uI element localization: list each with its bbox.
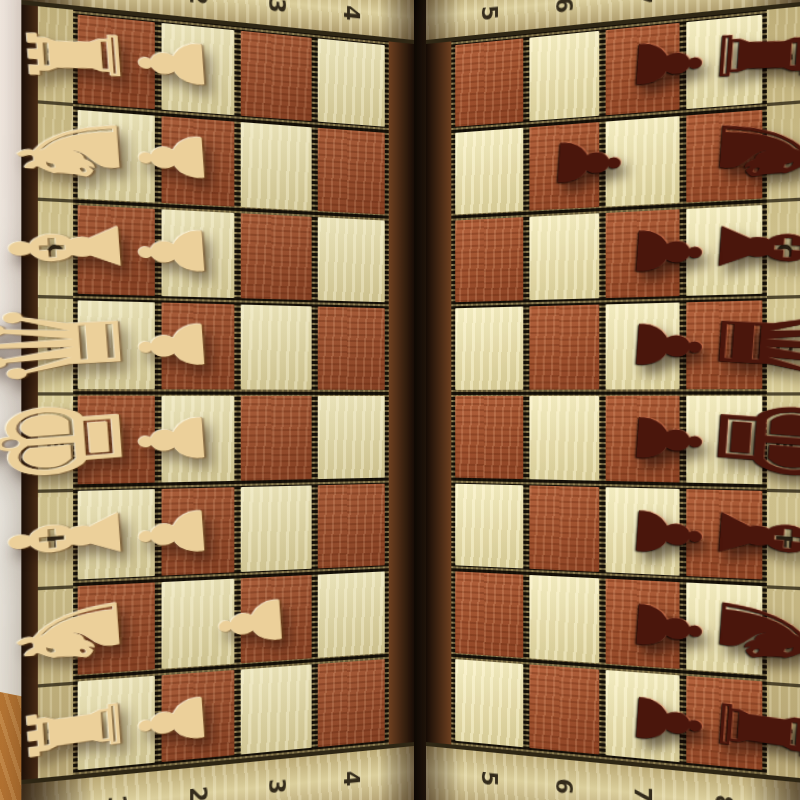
file-label-C: C [44,243,67,260]
file-label-A: A [44,48,67,67]
square-C2 [161,209,234,298]
square-B2 [161,116,234,207]
square-F3 [241,485,311,572]
square-F2 [161,487,234,575]
square-D8 [686,300,763,389]
square-E8 [686,396,763,485]
square-E7 [606,396,679,483]
rank-label-top-3: 3 [265,0,288,14]
square-E1 [78,396,155,485]
rank-label-bottom-3: 3 [265,777,288,795]
square-D1 [78,300,155,389]
file-label-B: B [44,145,67,163]
square-B7 [606,116,679,207]
file-label-E: E [773,438,796,453]
squares-grid [73,10,389,775]
square-H8 [686,676,763,770]
square-C3 [241,213,311,300]
square-E5 [455,396,523,479]
square-C1 [78,205,155,296]
board-right-panel: 5678ABCDEFGH5678♜♟♞♟♝♟♛♟♚♟♝♟♞♟♜♟ [426,0,800,800]
square-B8 [686,110,763,203]
file-label-F: F [773,534,796,550]
square-B3 [241,122,311,211]
rank-label-bottom-5: 5 [478,770,500,788]
square-C5 [455,217,523,302]
file-label-C: C [773,243,796,260]
square-E6 [529,396,599,481]
rank-label-top-5: 5 [478,4,500,22]
square-B4 [317,128,385,215]
file-label-G: G [773,629,796,649]
square-H4 [317,659,385,747]
square-C6 [529,213,599,300]
rank-label-top-7: 7 [630,0,654,6]
square-F1 [78,489,155,579]
rank-label-top-6: 6 [552,0,575,14]
rank-label-top-4: 4 [340,4,362,22]
rank-label-bottom-2: 2 [186,785,210,800]
file-label-G: G [44,629,67,649]
square-F4 [317,484,385,569]
square-A1 [78,15,155,110]
rank-label-bottom-8: 8 [711,794,736,800]
squares-grid [451,10,767,775]
square-D7 [606,303,679,390]
square-D3 [241,305,311,390]
board-left-panel: 1234ABCDEFGH1234♜♟♞♟♝♟♛♟♚♟♝♟♞♟♜♟ [21,0,414,800]
square-A7 [606,23,679,115]
square-A5 [455,38,523,126]
square-G5 [455,571,523,657]
file-letter-strip: ABCDEFGH [767,6,800,778]
square-A2 [161,23,234,115]
rank-label-bottom-1: 1 [104,794,129,800]
square-F7 [606,487,679,575]
panel-outer-edge [21,5,38,780]
square-B6 [529,122,599,211]
square-D4 [317,307,385,390]
square-G2 [161,579,234,669]
file-label-H: H [44,726,67,746]
square-A8 [686,15,763,110]
rank-label-bottom-6: 6 [552,777,575,795]
file-label-H: H [773,726,796,746]
square-G1 [78,582,155,674]
square-F6 [529,485,599,572]
square-B5 [455,128,523,215]
file-label-D: D [773,339,796,358]
square-H6 [529,664,599,754]
square-H3 [241,664,311,754]
square-D2 [161,303,234,390]
square-G8 [686,582,763,674]
square-H5 [455,659,523,747]
product-photo-scene: 1234ABCDEFGH1234♜♟♞♟♝♟♛♟♚♟♝♟♞♟♜♟ 5678ABC… [0,0,800,800]
rank-label-bottom-4: 4 [340,770,362,788]
square-B1 [78,110,155,203]
square-F8 [686,489,763,579]
square-A3 [241,31,311,121]
square-H7 [606,670,679,762]
square-G4 [317,571,385,657]
panel-hinge-frame [426,41,451,744]
square-C7 [606,209,679,298]
square-E2 [161,396,234,483]
file-letter-strip: ABCDEFGH [38,6,73,778]
rank-label-bottom-7: 7 [630,785,654,800]
file-label-B: B [773,145,796,163]
square-H2 [161,670,234,762]
square-C4 [317,217,385,302]
panel-hinge-frame [389,41,414,744]
square-H1 [78,676,155,770]
square-A6 [529,31,599,121]
square-G6 [529,575,599,663]
file-label-F: F [44,534,67,550]
file-label-A: A [773,48,796,67]
square-A4 [317,38,385,126]
square-E4 [317,396,385,479]
square-D5 [455,307,523,390]
square-G3 [241,575,311,663]
square-C8 [686,205,763,296]
square-E3 [241,396,311,481]
file-label-D: D [44,339,67,358]
rank-label-top-2: 2 [186,0,210,6]
square-G7 [606,579,679,669]
square-D6 [529,305,599,390]
file-label-E: E [44,438,67,453]
square-F5 [455,484,523,569]
